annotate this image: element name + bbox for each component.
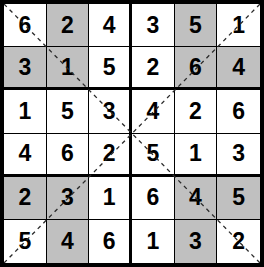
cell-r6c4: 1 <box>132 220 175 263</box>
cell-r4c3: 2 <box>89 134 132 177</box>
cell-r2c3: 5 <box>89 47 132 90</box>
cell-r1c4: 3 <box>132 4 175 47</box>
cell-r5c4: 6 <box>132 177 175 220</box>
cell-r2c6: 4 <box>217 47 260 90</box>
cell-r1c2: 2 <box>47 4 90 47</box>
cell-r4c4: 5 <box>132 134 175 177</box>
cell-r6c2: 4 <box>47 220 90 263</box>
cell-r1c5: 5 <box>175 4 218 47</box>
cell-r5c1: 2 <box>4 177 47 220</box>
cell-r4c5: 1 <box>175 134 218 177</box>
cell-r6c1: 5 <box>4 220 47 263</box>
cell-r6c5: 3 <box>175 220 218 263</box>
cell-r5c3: 1 <box>89 177 132 220</box>
cell-r3c3: 3 <box>89 90 132 133</box>
cell-r2c1: 3 <box>4 47 47 90</box>
cell-r3c4: 4 <box>132 90 175 133</box>
cell-r5c5: 4 <box>175 177 218 220</box>
cell-r6c6: 2 <box>217 220 260 263</box>
cell-r2c2: 1 <box>47 47 90 90</box>
cell-r3c6: 6 <box>217 90 260 133</box>
cell-r3c2: 5 <box>47 90 90 133</box>
cell-r2c5: 6 <box>175 47 218 90</box>
cell-r6c3: 6 <box>89 220 132 263</box>
sudoku-board: 624351315264153426462513231645546132 <box>0 0 264 267</box>
cell-r4c6: 3 <box>217 134 260 177</box>
cell-r1c3: 4 <box>89 4 132 47</box>
cell-r1c6: 1 <box>217 4 260 47</box>
cell-r4c2: 6 <box>47 134 90 177</box>
cell-r5c6: 5 <box>217 177 260 220</box>
cell-r3c5: 2 <box>175 90 218 133</box>
cell-r2c4: 2 <box>132 47 175 90</box>
cell-r5c2: 3 <box>47 177 90 220</box>
cell-r3c1: 1 <box>4 90 47 133</box>
cell-r4c1: 4 <box>4 134 47 177</box>
cell-r1c1: 6 <box>4 4 47 47</box>
